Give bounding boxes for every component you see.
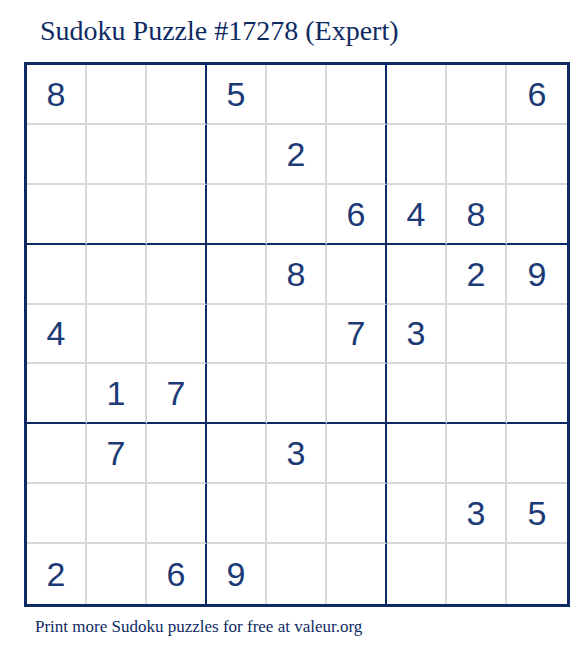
- cell-r8c8: 3: [447, 484, 507, 544]
- cell-r4c8: 2: [447, 245, 507, 305]
- cell-r5c8: [447, 305, 507, 365]
- cell-r4c2: [87, 245, 147, 305]
- cell-r1c1: 8: [27, 65, 87, 125]
- cell-r1c3: [147, 65, 207, 125]
- cell-r9c7: [387, 544, 447, 604]
- cell-r2c2: [87, 125, 147, 185]
- cell-r6c1: [27, 364, 87, 424]
- cell-r2c4: [207, 125, 267, 185]
- cell-r4c9: 9: [507, 245, 567, 305]
- cell-r6c5: [267, 364, 327, 424]
- cell-r7c5: 3: [267, 424, 327, 484]
- cell-r4c1: [27, 245, 87, 305]
- cell-r3c7: 4: [387, 185, 447, 245]
- cell-r4c6: [327, 245, 387, 305]
- cell-r6c7: [387, 364, 447, 424]
- cell-r2c9: [507, 125, 567, 185]
- cell-r2c6: [327, 125, 387, 185]
- given-digit: 8: [467, 197, 486, 231]
- given-digit: 3: [287, 436, 306, 470]
- footer-text: Print more Sudoku puzzles for free at va…: [35, 617, 362, 637]
- cell-r8c7: [387, 484, 447, 544]
- cell-r6c3: 7: [147, 364, 207, 424]
- cell-r9c9: [507, 544, 567, 604]
- cell-r5c3: [147, 305, 207, 365]
- cell-r4c4: [207, 245, 267, 305]
- cell-r8c2: [87, 484, 147, 544]
- sudoku-grid: 8562648829473177335269: [24, 62, 570, 607]
- cell-r2c8: [447, 125, 507, 185]
- cell-r9c6: [327, 544, 387, 604]
- given-digit: 7: [167, 376, 186, 410]
- given-digit: 2: [47, 557, 66, 591]
- cell-r7c9: [507, 424, 567, 484]
- cell-r2c3: [147, 125, 207, 185]
- cell-r7c2: 7: [87, 424, 147, 484]
- cell-r1c6: [327, 65, 387, 125]
- given-digit: 5: [227, 77, 246, 111]
- cell-r3c8: 8: [447, 185, 507, 245]
- cell-r6c4: [207, 364, 267, 424]
- sudoku-page: Sudoku Puzzle #17278 (Expert) 8562648829…: [0, 0, 580, 651]
- given-digit: 7: [347, 316, 366, 350]
- cell-r8c1: [27, 484, 87, 544]
- cell-r5c5: [267, 305, 327, 365]
- cell-r2c1: [27, 125, 87, 185]
- cell-r6c9: [507, 364, 567, 424]
- given-digit: 7: [107, 436, 126, 470]
- page-title: Sudoku Puzzle #17278 (Expert): [40, 14, 399, 48]
- cell-r6c8: [447, 364, 507, 424]
- cell-r2c5: 2: [267, 125, 327, 185]
- given-digit: 9: [227, 557, 246, 591]
- cell-r4c5: 8: [267, 245, 327, 305]
- cell-r1c7: [387, 65, 447, 125]
- cell-r6c2: 1: [87, 364, 147, 424]
- cell-r3c6: 6: [327, 185, 387, 245]
- cell-r7c4: [207, 424, 267, 484]
- given-digit: 8: [47, 77, 66, 111]
- cell-r8c5: [267, 484, 327, 544]
- cell-r5c9: [507, 305, 567, 365]
- cell-r5c7: 3: [387, 305, 447, 365]
- cell-r7c1: [27, 424, 87, 484]
- cell-r3c1: [27, 185, 87, 245]
- cell-r1c2: [87, 65, 147, 125]
- cell-r7c3: [147, 424, 207, 484]
- cell-r5c4: [207, 305, 267, 365]
- given-digit: 9: [528, 257, 547, 291]
- cell-r8c9: 5: [507, 484, 567, 544]
- cell-r4c3: [147, 245, 207, 305]
- cell-r5c6: 7: [327, 305, 387, 365]
- given-digit: 1: [107, 376, 126, 410]
- cell-r9c3: 6: [147, 544, 207, 604]
- cell-r3c5: [267, 185, 327, 245]
- cell-r3c3: [147, 185, 207, 245]
- cell-r9c1: 2: [27, 544, 87, 604]
- cell-r7c6: [327, 424, 387, 484]
- cell-r9c8: [447, 544, 507, 604]
- cell-r3c4: [207, 185, 267, 245]
- cell-r9c5: [267, 544, 327, 604]
- given-digit: 2: [287, 137, 306, 171]
- cell-r5c2: [87, 305, 147, 365]
- given-digit: 8: [287, 257, 306, 291]
- given-digit: 4: [407, 197, 426, 231]
- cell-r5c1: 4: [27, 305, 87, 365]
- given-digit: 5: [528, 496, 547, 530]
- given-digit: 4: [47, 316, 66, 350]
- cell-r1c8: [447, 65, 507, 125]
- cell-r1c4: 5: [207, 65, 267, 125]
- given-digit: 6: [167, 557, 186, 591]
- given-digit: 2: [467, 257, 486, 291]
- cell-r4c7: [387, 245, 447, 305]
- given-digit: 3: [467, 496, 486, 530]
- cell-r8c4: [207, 484, 267, 544]
- cell-r8c3: [147, 484, 207, 544]
- cell-r1c5: [267, 65, 327, 125]
- given-digit: 6: [347, 197, 366, 231]
- given-digit: 6: [528, 77, 547, 111]
- cell-r9c2: [87, 544, 147, 604]
- cell-r1c9: 6: [507, 65, 567, 125]
- cell-r6c6: [327, 364, 387, 424]
- given-digit: 3: [407, 316, 426, 350]
- cell-r2c7: [387, 125, 447, 185]
- cell-r8c6: [327, 484, 387, 544]
- cell-r7c8: [447, 424, 507, 484]
- cell-r9c4: 9: [207, 544, 267, 604]
- cell-r3c9: [507, 185, 567, 245]
- cell-r7c7: [387, 424, 447, 484]
- cell-r3c2: [87, 185, 147, 245]
